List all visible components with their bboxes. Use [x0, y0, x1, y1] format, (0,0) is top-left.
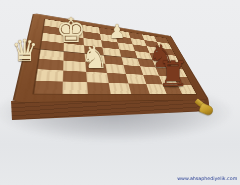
white-queen-shadow: [17, 58, 34, 63]
black-rook-shadow: [163, 84, 182, 89]
watermark-text: www.ahsaphediyelik.com: [177, 175, 237, 181]
white-knight-shadow: [86, 65, 103, 70]
square-b2: [63, 71, 87, 83]
square-a1: [34, 81, 63, 94]
black-knight-shadow: [153, 64, 170, 69]
square-a2: [36, 69, 63, 81]
chess-set-photo: www.ahsaphediyelik.com ♚♛♟♞♞♜: [0, 0, 240, 185]
square-c1: [87, 82, 111, 94]
square-b1: [63, 82, 88, 94]
latch-paddle: [199, 103, 214, 116]
white-pawn-shadow: [112, 35, 122, 40]
white-king-shadow: [62, 39, 81, 44]
square-c2: [86, 72, 109, 83]
brass-latch-icon: [193, 99, 219, 125]
